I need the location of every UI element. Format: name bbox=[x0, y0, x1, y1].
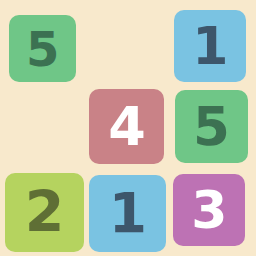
tile-1-blue[interactable]: 1 bbox=[89, 175, 166, 252]
cell-r2c2: 3 bbox=[171, 171, 256, 256]
tile-2-lime[interactable]: 2 bbox=[5, 173, 84, 252]
empty-cell-r0c1 bbox=[85, 0, 170, 85]
cell-r2c0: 2 bbox=[0, 171, 85, 256]
cell-r0c0: 5 bbox=[0, 0, 85, 85]
tile-3-purple[interactable]: 3 bbox=[173, 174, 245, 246]
cell-r1c2: 5 bbox=[171, 85, 256, 170]
empty-cell-r1c0 bbox=[0, 85, 85, 170]
tile-1-blue[interactable]: 1 bbox=[174, 10, 246, 82]
cell-r1c1: 4 bbox=[85, 85, 170, 170]
cell-r0c2: 1 bbox=[171, 0, 256, 85]
game-board: 5145213 bbox=[0, 0, 256, 256]
tile-5-green[interactable]: 5 bbox=[175, 90, 248, 163]
tile-4-rose[interactable]: 4 bbox=[89, 89, 164, 164]
cell-r2c1: 1 bbox=[85, 171, 170, 256]
tile-5-green[interactable]: 5 bbox=[9, 15, 76, 82]
